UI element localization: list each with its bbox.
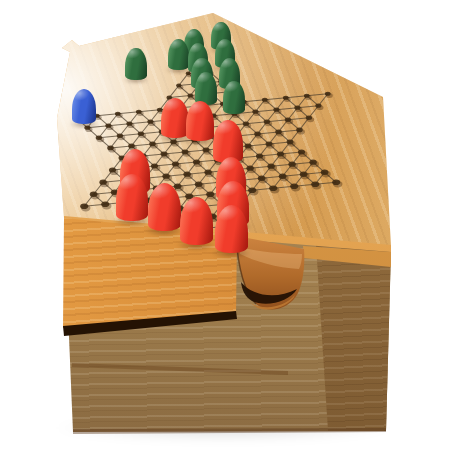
green-peg[interactable]: [223, 81, 245, 114]
green-peg[interactable]: [125, 48, 147, 80]
red-peg[interactable]: [116, 174, 148, 221]
product-photo-chinese-checkers: [0, 0, 450, 450]
green-peg[interactable]: [168, 39, 189, 70]
red-peg[interactable]: [180, 197, 213, 245]
red-peg[interactable]: [148, 183, 181, 231]
blue-peg[interactable]: [72, 89, 96, 124]
red-peg[interactable]: [215, 205, 248, 253]
red-peg[interactable]: [186, 101, 214, 141]
pegs-layer: [0, 0, 450, 450]
red-peg[interactable]: [161, 98, 189, 138]
